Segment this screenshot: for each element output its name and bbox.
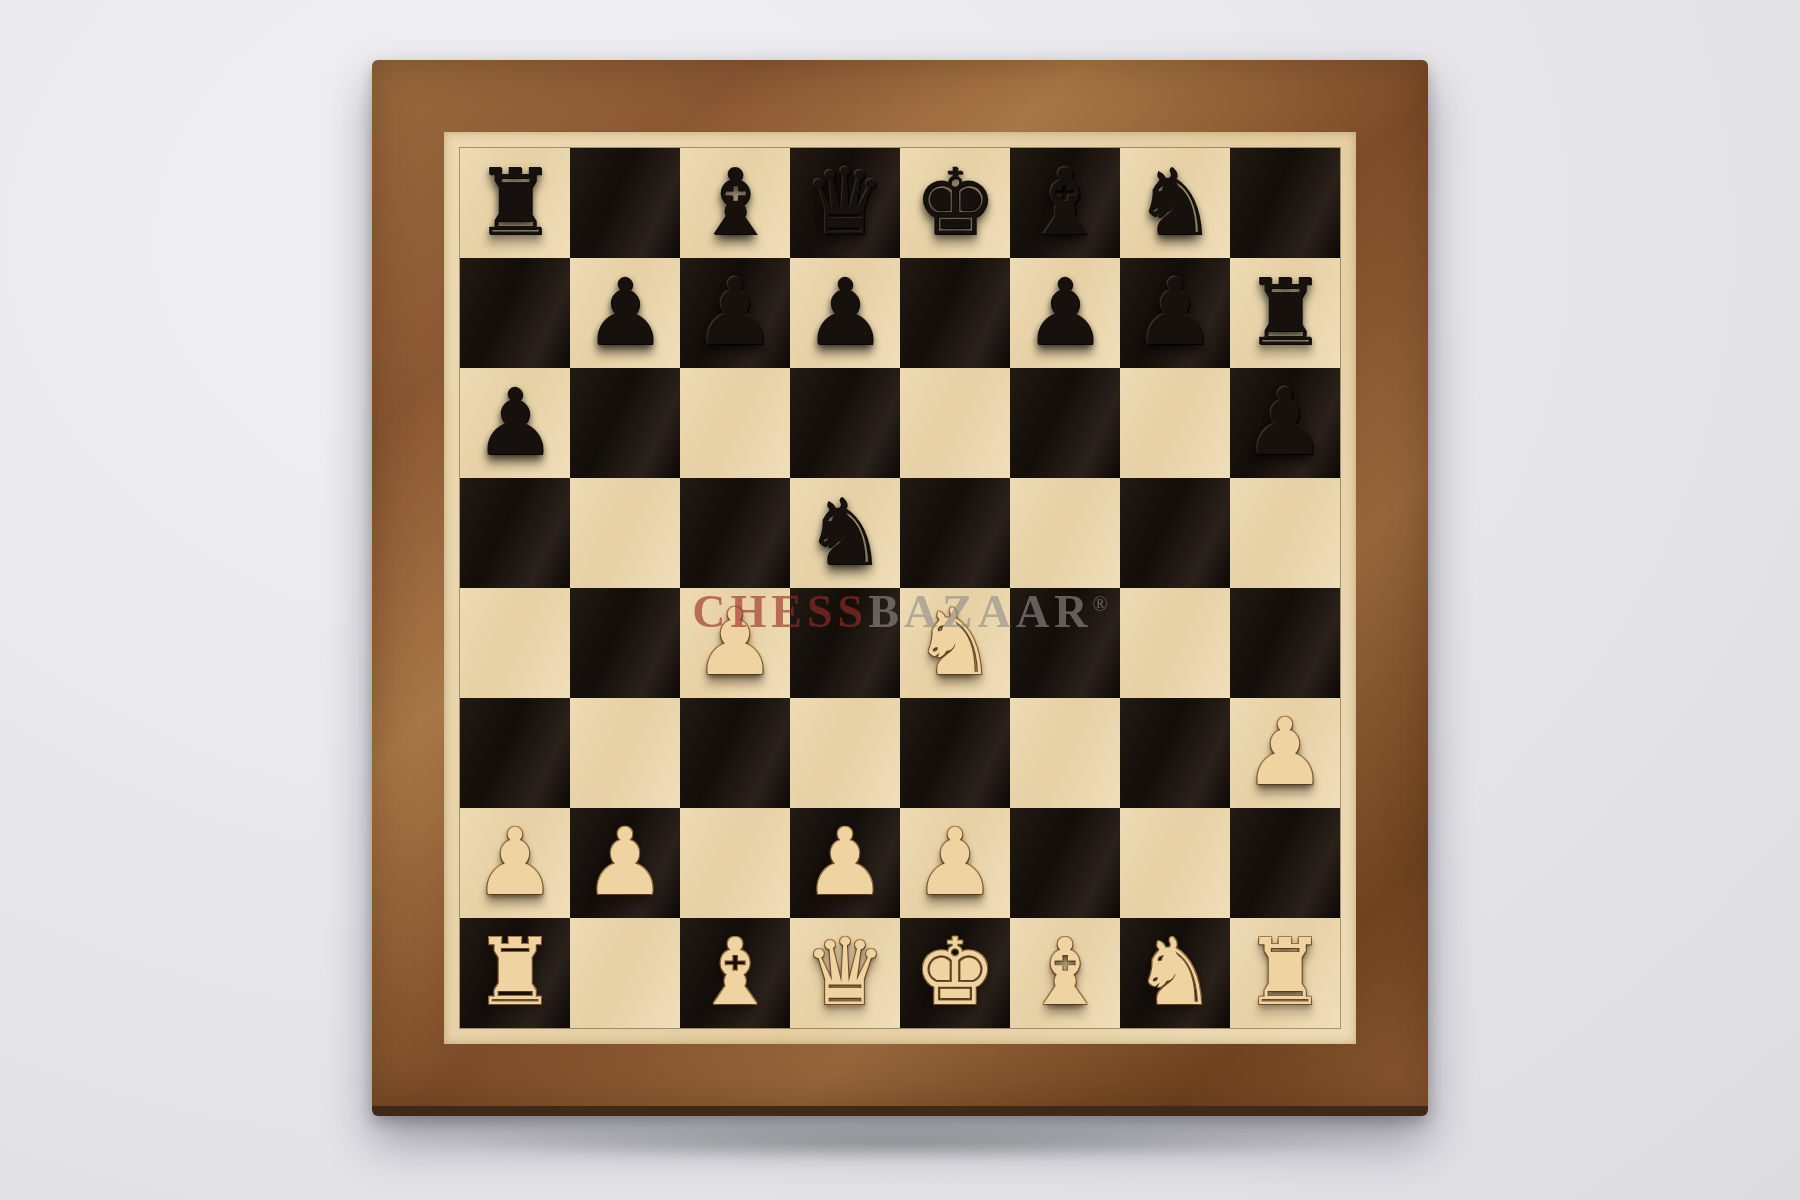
square-c4: ♟	[680, 588, 790, 698]
square-h2	[1230, 808, 1340, 918]
square-g3	[1120, 698, 1230, 808]
square-e7	[900, 258, 1010, 368]
square-g4	[1120, 588, 1230, 698]
white-queen-d1: ♛	[790, 918, 900, 1028]
white-pawn-d2: ♟	[790, 808, 900, 918]
square-b4	[570, 588, 680, 698]
white-rook-h1: ♜	[1230, 918, 1340, 1028]
chess-set-photo: { "game": "chess", "scene": { "descripti…	[0, 0, 1800, 1200]
black-pawn-h6: ♟	[1230, 368, 1340, 478]
white-bishop-f1: ♝	[1010, 918, 1120, 1028]
square-h5	[1230, 478, 1340, 588]
square-f8: ♝	[1010, 148, 1120, 258]
square-a8: ♜	[460, 148, 570, 258]
square-b8	[570, 148, 680, 258]
square-c3	[680, 698, 790, 808]
white-king-e1: ♚	[900, 918, 1010, 1028]
black-pawn-d7: ♟	[790, 258, 900, 368]
square-f3	[1010, 698, 1120, 808]
square-b3	[570, 698, 680, 808]
square-e3	[900, 698, 1010, 808]
black-pawn-a6: ♟	[460, 368, 570, 478]
square-h6: ♟	[1230, 368, 1340, 478]
square-e4: ♞	[900, 588, 1010, 698]
square-b7: ♟	[570, 258, 680, 368]
square-a5	[460, 478, 570, 588]
square-d5: ♞	[790, 478, 900, 588]
square-c1: ♝	[680, 918, 790, 1028]
scene: ♜♝♛♚♝♞♟♟♟♟♟♜♟♟♞♟♞♟♟♟♟♟♜♝♛♚♝♞♜ CHESSBAZAA…	[0, 0, 1800, 1200]
square-e8: ♚	[900, 148, 1010, 258]
square-g1: ♞	[1120, 918, 1230, 1028]
square-f2	[1010, 808, 1120, 918]
square-e6	[900, 368, 1010, 478]
square-h4	[1230, 588, 1340, 698]
square-b6	[570, 368, 680, 478]
square-d3	[790, 698, 900, 808]
black-rook-h7: ♜	[1230, 258, 1340, 368]
square-a4	[460, 588, 570, 698]
square-f1: ♝	[1010, 918, 1120, 1028]
black-king-e8: ♚	[900, 148, 1010, 258]
black-queen-d8: ♛	[790, 148, 900, 258]
square-b2: ♟	[570, 808, 680, 918]
white-pawn-e2: ♟	[900, 808, 1010, 918]
square-h7: ♜	[1230, 258, 1340, 368]
square-c6	[680, 368, 790, 478]
square-d4	[790, 588, 900, 698]
square-h3: ♟	[1230, 698, 1340, 808]
square-e5	[900, 478, 1010, 588]
square-d7: ♟	[790, 258, 900, 368]
square-f5	[1010, 478, 1120, 588]
square-d2: ♟	[790, 808, 900, 918]
white-bishop-c1: ♝	[680, 918, 790, 1028]
square-e1: ♚	[900, 918, 1010, 1028]
square-c2	[680, 808, 790, 918]
square-f7: ♟	[1010, 258, 1120, 368]
square-c8: ♝	[680, 148, 790, 258]
white-pawn-c4: ♟	[680, 588, 790, 698]
white-pawn-b2: ♟	[570, 808, 680, 918]
white-knight-e4: ♞	[900, 588, 1010, 698]
board-maple-border: ♜♝♛♚♝♞♟♟♟♟♟♜♟♟♞♟♞♟♟♟♟♟♜♝♛♚♝♞♜	[444, 132, 1356, 1044]
square-d6	[790, 368, 900, 478]
black-bishop-c8: ♝	[680, 148, 790, 258]
square-g7: ♟	[1120, 258, 1230, 368]
board-shadow	[420, 1122, 1380, 1162]
square-f6	[1010, 368, 1120, 478]
white-pawn-h3: ♟	[1230, 698, 1340, 808]
square-g8: ♞	[1120, 148, 1230, 258]
square-a7	[460, 258, 570, 368]
square-g2	[1120, 808, 1230, 918]
black-pawn-c7: ♟	[680, 258, 790, 368]
square-g5	[1120, 478, 1230, 588]
black-knight-g8: ♞	[1120, 148, 1230, 258]
square-d1: ♛	[790, 918, 900, 1028]
square-c7: ♟	[680, 258, 790, 368]
black-pawn-b7: ♟	[570, 258, 680, 368]
black-rook-a8: ♜	[460, 148, 570, 258]
chess-board-frame: ♜♝♛♚♝♞♟♟♟♟♟♜♟♟♞♟♞♟♟♟♟♟♜♝♛♚♝♞♜	[372, 60, 1428, 1116]
black-knight-d5: ♞	[790, 478, 900, 588]
white-pawn-a2: ♟	[460, 808, 570, 918]
square-b5	[570, 478, 680, 588]
square-a2: ♟	[460, 808, 570, 918]
black-bishop-f8: ♝	[1010, 148, 1120, 258]
square-c5	[680, 478, 790, 588]
square-b1	[570, 918, 680, 1028]
black-pawn-f7: ♟	[1010, 258, 1120, 368]
white-knight-g1: ♞	[1120, 918, 1230, 1028]
square-d8: ♛	[790, 148, 900, 258]
square-a6: ♟	[460, 368, 570, 478]
black-pawn-g7: ♟	[1120, 258, 1230, 368]
square-f4	[1010, 588, 1120, 698]
square-g6	[1120, 368, 1230, 478]
chess-board-grid: ♜♝♛♚♝♞♟♟♟♟♟♜♟♟♞♟♞♟♟♟♟♟♜♝♛♚♝♞♜	[460, 148, 1340, 1028]
square-a1: ♜	[460, 918, 570, 1028]
square-e2: ♟	[900, 808, 1010, 918]
square-h8	[1230, 148, 1340, 258]
white-rook-a1: ♜	[460, 918, 570, 1028]
square-h1: ♜	[1230, 918, 1340, 1028]
square-a3	[460, 698, 570, 808]
